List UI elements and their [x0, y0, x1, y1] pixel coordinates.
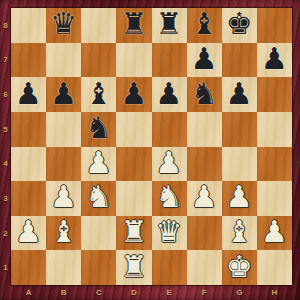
square-g6[interactable]: ♟: [222, 77, 257, 112]
piece-black-pawn[interactable]: ♟: [120, 79, 147, 109]
square-h7[interactable]: ♟: [257, 43, 292, 78]
piece-white-queen[interactable]: ♛: [156, 217, 183, 247]
rank-label-4: 4: [0, 147, 11, 182]
piece-black-bishop[interactable]: ♝: [85, 79, 112, 109]
piece-black-knight[interactable]: ♞: [191, 79, 218, 109]
file-label-b: B: [46, 285, 81, 300]
square-a4[interactable]: [11, 147, 46, 182]
square-a5[interactable]: [11, 112, 46, 147]
file-label-d: D: [116, 285, 151, 300]
piece-black-rook[interactable]: ♜: [120, 9, 147, 39]
file-label-f: F: [187, 285, 222, 300]
square-c5[interactable]: ♞: [81, 112, 116, 147]
chess-board-frame: 87654321 ♛♜♜♝♚♟♟♟♟♝♟♟♞♟♞♟♟♟♞♞♟♟♟♝♜♛♝♟♜♚ …: [0, 0, 300, 300]
square-e5[interactable]: [152, 112, 187, 147]
square-d7[interactable]: [116, 43, 151, 78]
square-h2[interactable]: ♟: [257, 216, 292, 251]
square-f8[interactable]: ♝: [187, 8, 222, 43]
piece-white-pawn[interactable]: ♟: [226, 182, 253, 212]
rank-label-5: 5: [0, 112, 11, 147]
piece-white-pawn[interactable]: ♟: [50, 182, 77, 212]
file-labels: ABCDEFGH: [11, 285, 292, 300]
square-d5[interactable]: [116, 112, 151, 147]
square-a6[interactable]: ♟: [11, 77, 46, 112]
square-e4[interactable]: ♟: [152, 147, 187, 182]
rank-label-1: 1: [0, 250, 11, 285]
square-a8[interactable]: [11, 8, 46, 43]
square-g7[interactable]: [222, 43, 257, 78]
square-a1[interactable]: [11, 250, 46, 285]
square-c2[interactable]: [81, 216, 116, 251]
square-g5[interactable]: [222, 112, 257, 147]
square-e6[interactable]: ♟: [152, 77, 187, 112]
piece-black-queen[interactable]: ♛: [50, 9, 77, 39]
square-e1[interactable]: [152, 250, 187, 285]
piece-black-pawn[interactable]: ♟: [261, 44, 288, 74]
square-f3[interactable]: ♟: [187, 181, 222, 216]
square-h8[interactable]: [257, 8, 292, 43]
rank-label-2: 2: [0, 216, 11, 251]
square-d6[interactable]: ♟: [116, 77, 151, 112]
rank-label-3: 3: [0, 181, 11, 216]
piece-white-knight[interactable]: ♞: [85, 182, 112, 212]
piece-black-pawn[interactable]: ♟: [191, 44, 218, 74]
square-a3[interactable]: [11, 181, 46, 216]
square-h3[interactable]: [257, 181, 292, 216]
square-b3[interactable]: ♟: [46, 181, 81, 216]
piece-white-pawn[interactable]: ♟: [15, 217, 42, 247]
piece-black-pawn[interactable]: ♟: [50, 79, 77, 109]
square-e2[interactable]: ♛: [152, 216, 187, 251]
square-a2[interactable]: ♟: [11, 216, 46, 251]
square-c7[interactable]: [81, 43, 116, 78]
square-g4[interactable]: [222, 147, 257, 182]
square-c6[interactable]: ♝: [81, 77, 116, 112]
square-b4[interactable]: [46, 147, 81, 182]
rank-label-6: 6: [0, 77, 11, 112]
square-e7[interactable]: [152, 43, 187, 78]
square-h5[interactable]: [257, 112, 292, 147]
square-d4[interactable]: [116, 147, 151, 182]
rank-labels: 87654321: [0, 8, 11, 285]
piece-white-pawn[interactable]: ♟: [191, 182, 218, 212]
square-f2[interactable]: [187, 216, 222, 251]
rank-label-8: 8: [0, 8, 11, 43]
piece-white-rook[interactable]: ♜: [120, 217, 147, 247]
square-b6[interactable]: ♟: [46, 77, 81, 112]
square-a7[interactable]: [11, 43, 46, 78]
piece-black-king[interactable]: ♚: [226, 9, 253, 39]
piece-black-rook[interactable]: ♜: [156, 9, 183, 39]
square-c1[interactable]: [81, 250, 116, 285]
square-f6[interactable]: ♞: [187, 77, 222, 112]
square-h1[interactable]: [257, 250, 292, 285]
square-c3[interactable]: ♞: [81, 181, 116, 216]
piece-black-bishop[interactable]: ♝: [191, 9, 218, 39]
square-e3[interactable]: ♞: [152, 181, 187, 216]
piece-white-pawn[interactable]: ♟: [156, 148, 183, 178]
piece-black-pawn[interactable]: ♟: [15, 79, 42, 109]
square-b2[interactable]: ♝: [46, 216, 81, 251]
square-b7[interactable]: [46, 43, 81, 78]
square-d3[interactable]: [116, 181, 151, 216]
square-b8[interactable]: ♛: [46, 8, 81, 43]
piece-white-knight[interactable]: ♞: [156, 182, 183, 212]
square-h6[interactable]: [257, 77, 292, 112]
piece-black-pawn[interactable]: ♟: [156, 79, 183, 109]
square-g2[interactable]: ♝: [222, 216, 257, 251]
square-b5[interactable]: [46, 112, 81, 147]
piece-black-pawn[interactable]: ♟: [226, 79, 253, 109]
rank-label-7: 7: [0, 43, 11, 78]
piece-black-knight[interactable]: ♞: [85, 113, 112, 143]
piece-white-rook[interactable]: ♜: [120, 252, 147, 282]
file-label-h: H: [257, 285, 292, 300]
square-d2[interactable]: ♜: [116, 216, 151, 251]
piece-white-pawn[interactable]: ♟: [261, 217, 288, 247]
square-g3[interactable]: ♟: [222, 181, 257, 216]
square-f1[interactable]: [187, 250, 222, 285]
file-label-c: C: [81, 285, 116, 300]
square-f4[interactable]: [187, 147, 222, 182]
square-d8[interactable]: ♜: [116, 8, 151, 43]
board-grid: ♛♜♜♝♚♟♟♟♟♝♟♟♞♟♞♟♟♟♞♞♟♟♟♝♜♛♝♟♜♚: [11, 8, 292, 285]
square-b1[interactable]: [46, 250, 81, 285]
piece-white-bishop[interactable]: ♝: [50, 217, 77, 247]
piece-white-bishop[interactable]: ♝: [226, 217, 253, 247]
file-label-g: G: [222, 285, 257, 300]
square-f7[interactable]: ♟: [187, 43, 222, 78]
file-label-a: A: [11, 285, 46, 300]
square-d1[interactable]: ♜: [116, 250, 151, 285]
piece-white-king[interactable]: ♚: [226, 252, 253, 282]
piece-white-pawn[interactable]: ♟: [85, 148, 112, 178]
square-c8[interactable]: [81, 8, 116, 43]
file-label-e: E: [152, 285, 187, 300]
square-g1[interactable]: ♚: [222, 250, 257, 285]
square-c4[interactable]: ♟: [81, 147, 116, 182]
square-g8[interactable]: ♚: [222, 8, 257, 43]
square-h4[interactable]: [257, 147, 292, 182]
square-e8[interactable]: ♜: [152, 8, 187, 43]
square-f5[interactable]: [187, 112, 222, 147]
